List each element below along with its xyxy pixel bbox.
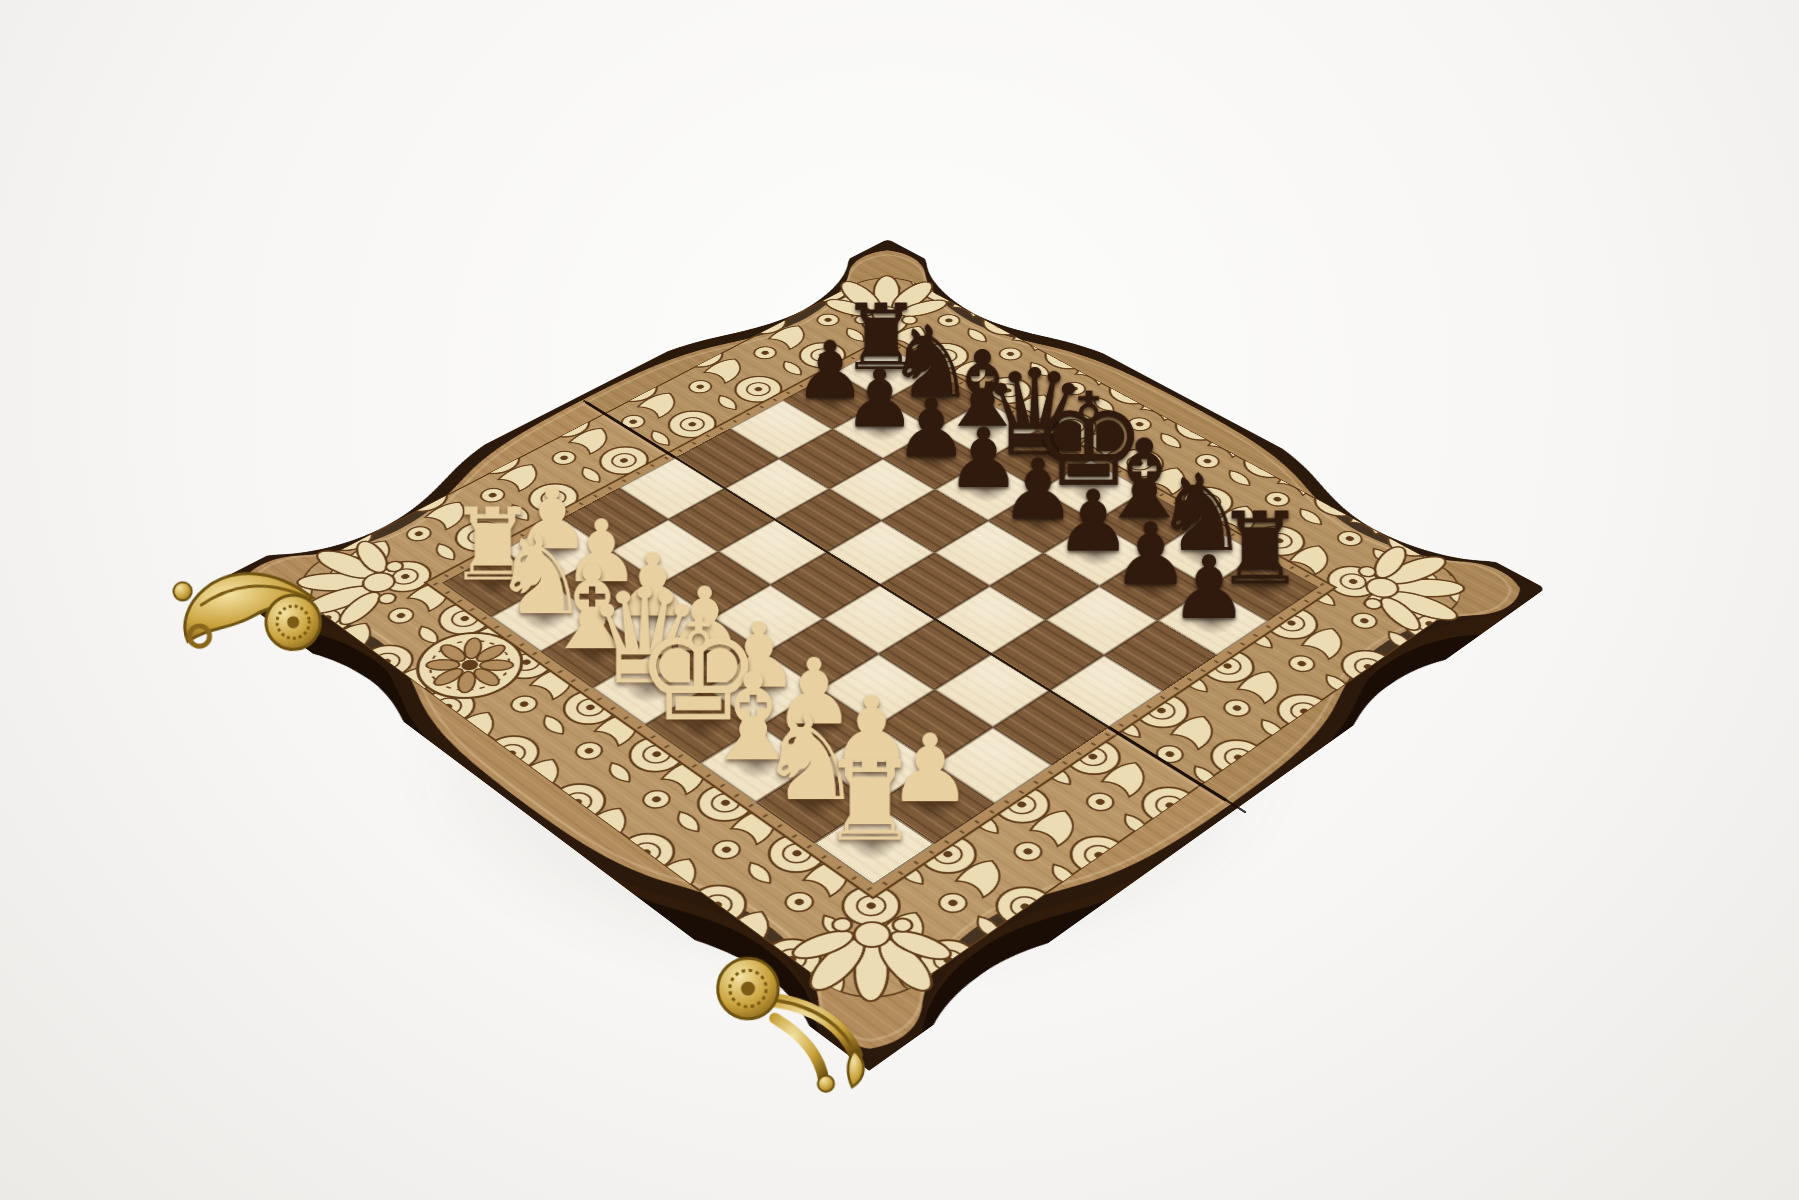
photo-stage: ♜♞♝♛♚♝♞♜♟♟♟♟♟♟♟♟♟♟♟♟♟♟♟♟♜♞♝♛♚♝♞♜ bbox=[0, 0, 1799, 1200]
piece-black-pawn-h7[interactable]: ♟ bbox=[1112, 553, 1305, 623]
brass-clasp-left-icon bbox=[155, 529, 347, 693]
brass-clasp-front bbox=[684, 933, 894, 1101]
brass-clasp-front-icon bbox=[684, 933, 894, 1100]
piece-white-rook-h1[interactable]: ♜ bbox=[764, 758, 975, 847]
brass-clasp-left bbox=[155, 529, 347, 693]
